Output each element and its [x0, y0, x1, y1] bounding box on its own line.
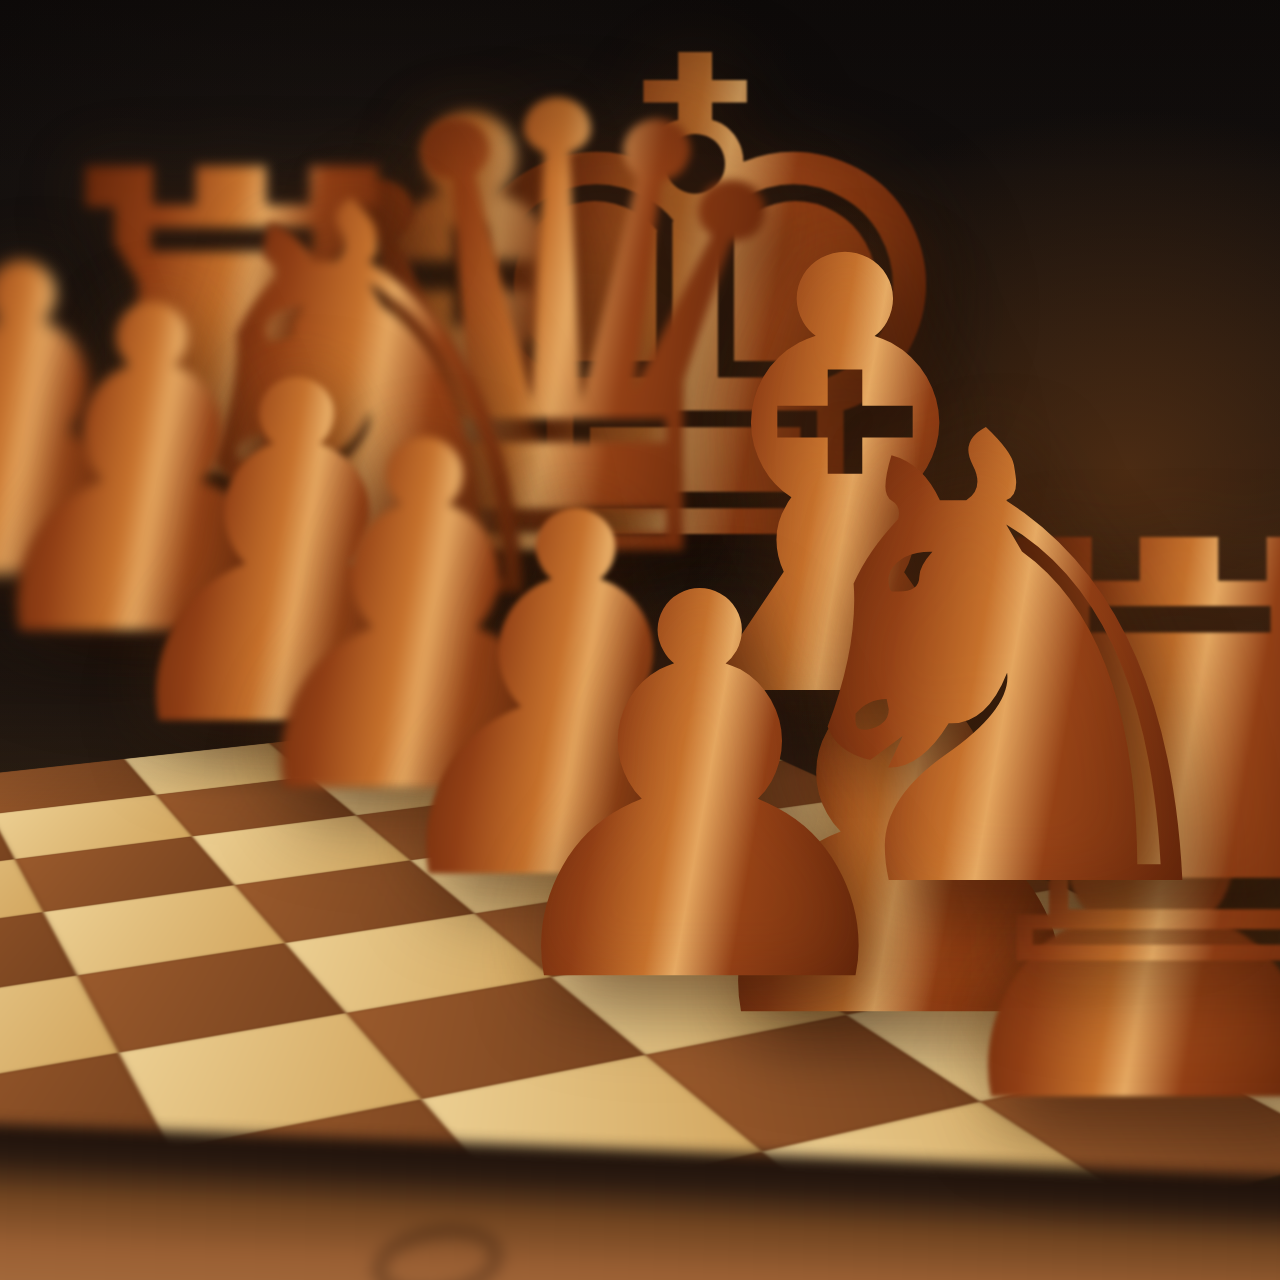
chess-photo-scene: ♜♞♝♛♚♝♞♜♟♟♟♟♟♟♟♟	[0, 0, 1280, 1280]
piece-dark-pawn-f7: ♟	[435, 527, 965, 1057]
pieces-layer: ♜♞♝♛♚♝♞♜♟♟♟♟♟♟♟♟	[0, 0, 1280, 1280]
